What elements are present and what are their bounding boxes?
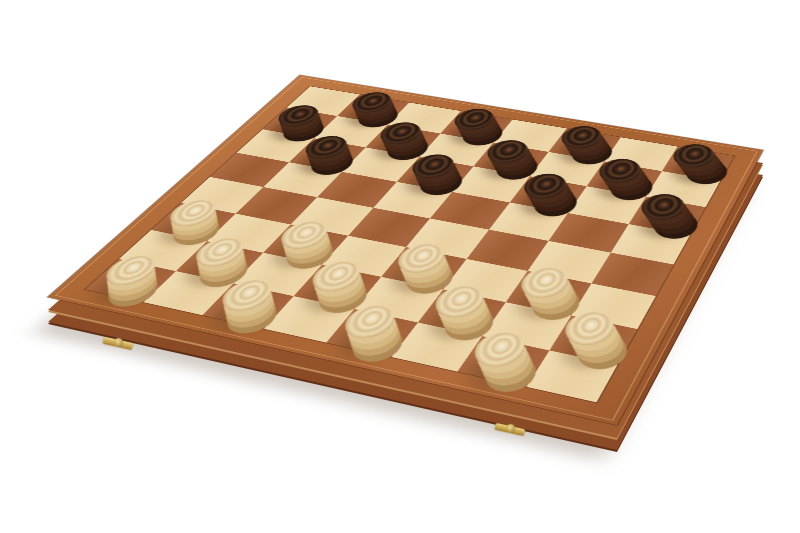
checkers-board-photo: ⛂⛂⛂⛂⛂⛂⛂⛂⛂⛂⛂⛂⛀⛀⛀⛀⛀⛀⛀⛀⛀⛀⛀⛀ xyxy=(0,0,800,533)
